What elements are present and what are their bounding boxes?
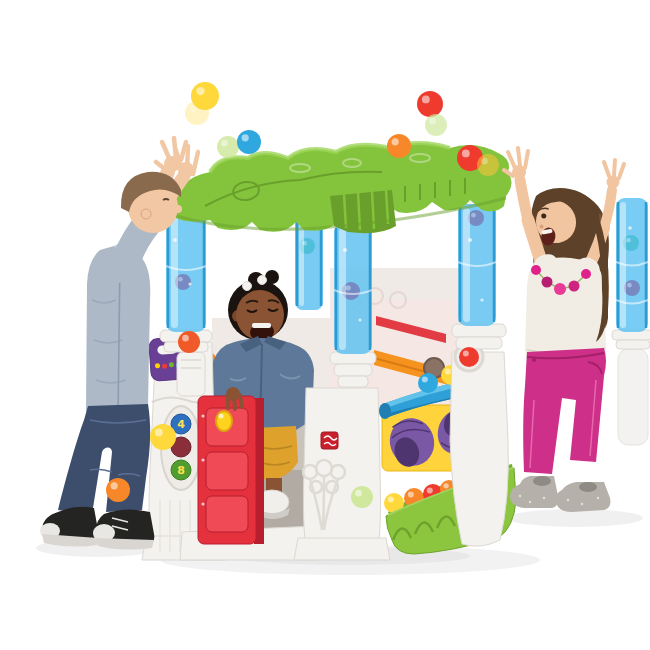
ball-orange xyxy=(387,134,411,158)
hinge-dot xyxy=(201,502,204,505)
center-column xyxy=(294,388,390,560)
ball-red xyxy=(417,91,443,117)
pants-button xyxy=(532,358,536,362)
ball-pale-green-ghost xyxy=(425,114,447,136)
ball-highlight xyxy=(445,369,451,375)
ball-blue xyxy=(237,130,261,154)
ball-pale-green xyxy=(351,486,373,508)
ball-blue xyxy=(418,373,438,393)
ball-highlight xyxy=(422,96,430,104)
tray-end-cap xyxy=(379,403,391,419)
ball-pale-green xyxy=(217,136,239,158)
center-column-base xyxy=(294,538,390,560)
ball-highlight xyxy=(111,482,118,489)
ball-highlight xyxy=(462,150,470,158)
dial-bottom-number: 8 xyxy=(177,464,185,477)
ball-highlight xyxy=(408,492,414,498)
product-photo-scene: 4 8 xyxy=(0,0,650,650)
toddler-arm xyxy=(221,356,230,388)
hinge-dot xyxy=(201,414,204,417)
ball-highlight xyxy=(242,134,249,141)
ball-highlight xyxy=(355,490,362,497)
boy-eye xyxy=(163,199,169,200)
ball-orange-floor-ball xyxy=(106,478,130,502)
boy-ear xyxy=(141,209,151,219)
red-door[interactable] xyxy=(198,396,264,544)
door-knob[interactable] xyxy=(216,411,232,431)
door-inset-mid xyxy=(206,452,248,490)
knob-shine xyxy=(219,414,224,419)
ball-yellow-wall-ball xyxy=(150,424,176,450)
ball-highlight xyxy=(463,351,469,357)
ball-highlight xyxy=(481,158,488,165)
ball-highlight xyxy=(427,488,433,494)
ball-orange-ghost xyxy=(477,154,499,176)
ball-highlight xyxy=(392,138,399,145)
boy-jeans xyxy=(58,404,150,514)
back-right-post xyxy=(618,349,648,445)
ball-highlight xyxy=(190,105,197,112)
ball-highlight xyxy=(429,118,436,125)
door-inset-bottom xyxy=(206,496,248,532)
hair-bead xyxy=(243,282,252,291)
ball-red-orange-knob-ball xyxy=(178,331,200,353)
step2-logo-badge xyxy=(321,432,338,449)
front-shoe-opening xyxy=(533,476,551,486)
dial-top-number: 4 xyxy=(177,418,185,431)
hinge-dot xyxy=(201,458,204,461)
hair-bead xyxy=(258,276,267,285)
ball-highlight xyxy=(443,483,448,488)
toddler-bun-right xyxy=(265,270,279,284)
ball-red-window-ball xyxy=(459,347,479,367)
girl-right xyxy=(504,148,624,512)
ball-highlight xyxy=(182,335,189,342)
ball-knob-stub xyxy=(177,352,205,396)
ball-highlight xyxy=(221,140,228,147)
ball-highlight xyxy=(422,377,428,383)
ball-yellow-ghost xyxy=(185,101,209,125)
boy-nose xyxy=(174,205,182,213)
back-shoe-opening xyxy=(579,482,597,492)
right-corner-post xyxy=(450,343,508,546)
ball-highlight xyxy=(388,497,394,503)
girl-right-forearm xyxy=(604,190,612,228)
scene-svg: 4 8 xyxy=(0,0,650,650)
girl-right-fingers xyxy=(604,160,624,178)
toddler-teeth xyxy=(252,323,271,328)
ball-highlight xyxy=(196,87,204,95)
ball-highlight xyxy=(155,429,163,437)
girl-left-forearm xyxy=(520,180,528,220)
